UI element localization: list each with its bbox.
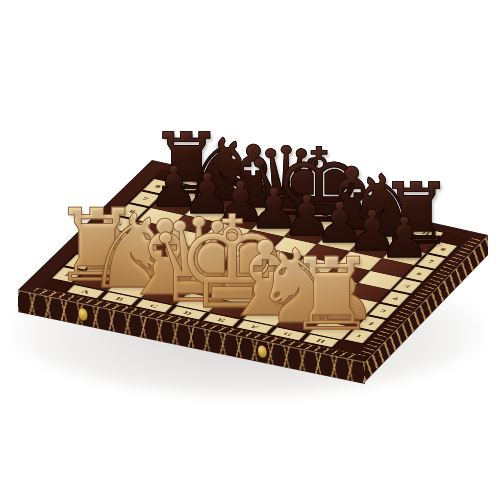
product-photo-chess-set: ABCDEFGH8877665544332211ABCDEFGH ♜♞♟♝♟♛♟… bbox=[0, 0, 499, 500]
brass-clasp-icon bbox=[258, 345, 267, 359]
brass-clasp-icon bbox=[79, 308, 88, 322]
